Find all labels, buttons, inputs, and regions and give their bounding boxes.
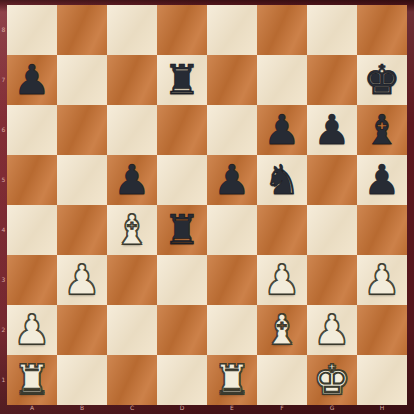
black-bishop[interactable]: ♝: [357, 105, 407, 155]
black-pawn[interactable]: ♟: [357, 155, 407, 205]
black-pawn[interactable]: ♟: [257, 105, 307, 155]
white-rook[interactable]: ♜: [207, 355, 257, 405]
square-d5[interactable]: [157, 155, 207, 205]
square-d1[interactable]: [157, 355, 207, 405]
black-rook[interactable]: ♜: [157, 55, 207, 105]
black-pawn[interactable]: ♟: [107, 155, 157, 205]
square-e3[interactable]: [207, 255, 257, 305]
file-label-g: G: [307, 404, 357, 414]
square-f1[interactable]: [257, 355, 307, 405]
square-f3[interactable]: ♟: [257, 255, 307, 305]
square-h2[interactable]: [357, 305, 407, 355]
square-b6[interactable]: [57, 105, 107, 155]
file-label-d: D: [157, 404, 207, 414]
white-king[interactable]: ♚: [307, 355, 357, 405]
board-frame: ♟♜♚♟♟♝♟♟♞♟♝♜♟♟♟♟♝♟♜♜♚ 87654321 ABCDEFGH: [0, 0, 414, 414]
rank-label-2: 2: [0, 326, 7, 334]
square-c6[interactable]: [107, 105, 157, 155]
square-f7[interactable]: [257, 55, 307, 105]
white-pawn[interactable]: ♟: [357, 255, 407, 305]
square-g7[interactable]: [307, 55, 357, 105]
square-b7[interactable]: [57, 55, 107, 105]
black-king[interactable]: ♚: [357, 55, 407, 105]
square-e4[interactable]: [207, 205, 257, 255]
square-d4[interactable]: ♜: [157, 205, 207, 255]
black-pawn[interactable]: ♟: [207, 155, 257, 205]
square-h6[interactable]: ♝: [357, 105, 407, 155]
square-e5[interactable]: ♟: [207, 155, 257, 205]
white-pawn[interactable]: ♟: [7, 305, 57, 355]
square-d3[interactable]: [157, 255, 207, 305]
square-a7[interactable]: ♟: [7, 55, 57, 105]
square-a4[interactable]: [7, 205, 57, 255]
white-bishop[interactable]: ♝: [257, 305, 307, 355]
square-f2[interactable]: ♝: [257, 305, 307, 355]
square-h1[interactable]: [357, 355, 407, 405]
square-e6[interactable]: [207, 105, 257, 155]
square-a5[interactable]: [7, 155, 57, 205]
square-c4[interactable]: ♝: [107, 205, 157, 255]
square-a2[interactable]: ♟: [7, 305, 57, 355]
square-b8[interactable]: [57, 5, 107, 55]
square-c5[interactable]: ♟: [107, 155, 157, 205]
square-h4[interactable]: [357, 205, 407, 255]
square-b2[interactable]: [57, 305, 107, 355]
square-h5[interactable]: ♟: [357, 155, 407, 205]
square-a8[interactable]: [7, 5, 57, 55]
square-g8[interactable]: [307, 5, 357, 55]
black-pawn[interactable]: ♟: [7, 55, 57, 105]
rank-label-1: 1: [0, 376, 7, 384]
square-e7[interactable]: [207, 55, 257, 105]
rank-label-7: 7: [0, 76, 7, 84]
black-rook[interactable]: ♜: [157, 205, 207, 255]
square-a3[interactable]: [7, 255, 57, 305]
square-h3[interactable]: ♟: [357, 255, 407, 305]
chess-board: ♟♜♚♟♟♝♟♟♞♟♝♜♟♟♟♟♝♟♜♜♚: [7, 5, 407, 405]
white-pawn[interactable]: ♟: [257, 255, 307, 305]
square-e2[interactable]: [207, 305, 257, 355]
file-label-h: H: [357, 404, 407, 414]
file-label-e: E: [207, 404, 257, 414]
black-knight[interactable]: ♞: [257, 155, 307, 205]
rank-label-8: 8: [0, 26, 7, 34]
rank-label-6: 6: [0, 126, 7, 134]
rank-label-4: 4: [0, 226, 7, 234]
white-pawn[interactable]: ♟: [57, 255, 107, 305]
square-c2[interactable]: [107, 305, 157, 355]
white-pawn[interactable]: ♟: [307, 305, 357, 355]
square-g6[interactable]: ♟: [307, 105, 357, 155]
black-pawn[interactable]: ♟: [307, 105, 357, 155]
square-d6[interactable]: [157, 105, 207, 155]
square-b5[interactable]: [57, 155, 107, 205]
square-f6[interactable]: ♟: [257, 105, 307, 155]
square-c1[interactable]: [107, 355, 157, 405]
square-c3[interactable]: [107, 255, 157, 305]
file-label-c: C: [107, 404, 157, 414]
square-d7[interactable]: ♜: [157, 55, 207, 105]
square-f5[interactable]: ♞: [257, 155, 307, 205]
square-d2[interactable]: [157, 305, 207, 355]
white-rook[interactable]: ♜: [7, 355, 57, 405]
square-g5[interactable]: [307, 155, 357, 205]
square-b1[interactable]: [57, 355, 107, 405]
square-g2[interactable]: ♟: [307, 305, 357, 355]
square-g4[interactable]: [307, 205, 357, 255]
square-h7[interactable]: ♚: [357, 55, 407, 105]
square-g1[interactable]: ♚: [307, 355, 357, 405]
file-label-f: F: [257, 404, 307, 414]
square-e8[interactable]: [207, 5, 257, 55]
file-label-b: B: [57, 404, 107, 414]
square-d8[interactable]: [157, 5, 207, 55]
square-e1[interactable]: ♜: [207, 355, 257, 405]
file-label-a: A: [7, 404, 57, 414]
square-f4[interactable]: [257, 205, 307, 255]
square-c7[interactable]: [107, 55, 157, 105]
white-bishop[interactable]: ♝: [107, 205, 157, 255]
square-f8[interactable]: [257, 5, 307, 55]
square-a1[interactable]: ♜: [7, 355, 57, 405]
square-h8[interactable]: [357, 5, 407, 55]
square-g3[interactable]: [307, 255, 357, 305]
square-b4[interactable]: [57, 205, 107, 255]
square-b3[interactable]: ♟: [57, 255, 107, 305]
rank-label-3: 3: [0, 276, 7, 284]
rank-label-5: 5: [0, 176, 7, 184]
square-a6[interactable]: [7, 105, 57, 155]
square-c8[interactable]: [107, 5, 157, 55]
